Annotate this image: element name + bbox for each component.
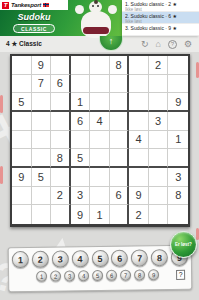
- cell-r3c1[interactable]: 5: [12, 93, 32, 112]
- cell-r9c5[interactable]: 1: [90, 205, 110, 224]
- cell-r7c8[interactable]: [149, 168, 169, 187]
- cell-r8c1[interactable]: [12, 187, 32, 206]
- cell-r6c7[interactable]: [129, 149, 149, 168]
- sudoku-board: 98276519643418595323698912: [10, 54, 190, 227]
- cell-r5c9[interactable]: 1: [168, 131, 188, 150]
- app-screen: ✕ ◻ △ ✕ ? ◯ T Tankesport Sudoku CLASSIC …: [0, 0, 199, 300]
- cell-r2c1[interactable]: [12, 75, 32, 94]
- cell-r1c7[interactable]: [129, 56, 149, 75]
- hint-button[interactable]: ?: [176, 269, 185, 279]
- cell-r4c5[interactable]: 4: [90, 112, 110, 131]
- cell-r5c7[interactable]: 4: [129, 131, 149, 150]
- cell-r6c3[interactable]: 8: [51, 149, 71, 168]
- cell-r6c1[interactable]: [12, 149, 32, 168]
- digit-button-3[interactable]: 3: [51, 250, 68, 267]
- small-number-row: 123456789?: [36, 269, 188, 282]
- cell-r6c2[interactable]: [32, 149, 52, 168]
- app-title: Sudoku: [0, 12, 68, 22]
- cell-r6c9[interactable]: [168, 149, 188, 168]
- cell-r2c6[interactable]: [110, 75, 130, 94]
- cell-r8c9[interactable]: 8: [168, 187, 188, 206]
- digit-button-6[interactable]: 6: [111, 250, 128, 267]
- cell-r3c6[interactable]: [110, 93, 130, 112]
- cell-r2c8[interactable]: [149, 75, 169, 94]
- cell-r1c6[interactable]: 8: [110, 56, 130, 75]
- number-pad: 123456789 123456789?: [8, 245, 193, 293]
- cell-r7c5[interactable]: [90, 168, 110, 187]
- pencil-digit-button-7[interactable]: 7: [120, 270, 131, 281]
- cell-r3c3[interactable]: [51, 93, 71, 112]
- pencil-digit-button-8[interactable]: 8: [134, 269, 145, 280]
- pencil-digit-button-3[interactable]: 3: [64, 270, 75, 281]
- cell-r8c5[interactable]: [90, 187, 110, 206]
- cell-r2c4[interactable]: [71, 75, 91, 94]
- cell-r8c7[interactable]: 9: [129, 187, 149, 206]
- cell-r2c9[interactable]: [168, 75, 188, 94]
- cell-r2c5[interactable]: [90, 75, 110, 94]
- cell-r3c9[interactable]: 9: [168, 93, 188, 112]
- cell-r1c2[interactable]: 9: [32, 56, 52, 75]
- cell-r7c7[interactable]: [129, 168, 149, 187]
- cell-r3c7[interactable]: [129, 93, 149, 112]
- cell-r5c4[interactable]: [71, 131, 91, 150]
- cell-r3c8[interactable]: [149, 93, 169, 112]
- pencil-digit-button-2[interactable]: 2: [50, 271, 61, 282]
- cell-r9c7[interactable]: 2: [129, 205, 149, 224]
- cell-r1c8[interactable]: 2: [149, 56, 169, 75]
- cell-r8c8[interactable]: [149, 187, 169, 206]
- cell-r3c4[interactable]: 1: [71, 93, 91, 112]
- cell-r9c2[interactable]: [32, 205, 52, 224]
- cell-r3c5[interactable]: [90, 93, 110, 112]
- cell-r2c3[interactable]: 6: [51, 75, 71, 94]
- pencil-digit-button-1[interactable]: 1: [36, 271, 47, 282]
- cell-r3c2[interactable]: [32, 93, 52, 112]
- cell-r4c4[interactable]: 6: [71, 112, 91, 131]
- cell-r9c3[interactable]: [51, 205, 71, 224]
- brand-t-icon: T: [2, 2, 9, 9]
- pencil-digit-button-6[interactable]: 6: [106, 270, 117, 281]
- big-number-row: 123456789: [12, 249, 188, 268]
- restart-icon[interactable]: ↻: [141, 40, 149, 49]
- cell-r1c3[interactable]: [51, 56, 71, 75]
- cell-r9c4[interactable]: 9: [71, 205, 91, 224]
- cell-r9c8[interactable]: [149, 205, 169, 224]
- cell-r9c1[interactable]: [12, 205, 32, 224]
- cell-r5c5[interactable]: [90, 131, 110, 150]
- cell-r6c6[interactable]: [110, 149, 130, 168]
- puzzle-list-item-3[interactable]: 3. Sudoku classic · 9 ★: [122, 24, 199, 36]
- pencil-digit-button-5[interactable]: 5: [92, 270, 103, 281]
- check-solved-button[interactable]: Er løst?: [170, 231, 197, 258]
- toolbar-icons: ↻⌂?⚙: [141, 40, 192, 49]
- cell-r4c2[interactable]: [32, 112, 52, 131]
- digit-button-7[interactable]: 7: [131, 249, 148, 266]
- check-solved-label: Er løst?: [175, 242, 192, 247]
- cell-r7c1[interactable]: 9: [12, 168, 32, 187]
- cell-r6c4[interactable]: 5: [71, 149, 91, 168]
- cell-r9c9[interactable]: [168, 205, 188, 224]
- puzzle-list-item-2[interactable]: 2. Sudoku classic · 6 ★Ikke løst: [122, 12, 199, 24]
- cell-r1c1[interactable]: [12, 56, 32, 75]
- cell-r7c2[interactable]: 5: [32, 168, 52, 187]
- brand-name: Tankesport: [11, 2, 41, 8]
- cell-r8c4[interactable]: 3: [71, 187, 91, 206]
- cell-r7c4[interactable]: [71, 168, 91, 187]
- cell-r1c9[interactable]: [168, 56, 188, 75]
- cell-r1c5[interactable]: [90, 56, 110, 75]
- digit-button-1[interactable]: 1: [12, 251, 29, 268]
- cell-r6c5[interactable]: [90, 149, 110, 168]
- cell-r4c9[interactable]: [168, 112, 188, 131]
- puzzle-list-item-1[interactable]: 1. Sudoku classic · 2 ★Ikke løst: [122, 0, 199, 12]
- cell-r4c7[interactable]: [129, 112, 149, 131]
- pencil-digit-button-4[interactable]: 4: [78, 270, 89, 281]
- cell-r5c3[interactable]: [51, 131, 71, 150]
- cell-r4c1[interactable]: [12, 112, 32, 131]
- cell-r8c6[interactable]: 6: [110, 187, 130, 206]
- cell-r5c6[interactable]: [110, 131, 130, 150]
- digit-button-2[interactable]: 2: [32, 251, 49, 268]
- norwegian-flag-icon: [43, 3, 49, 7]
- digit-button-8[interactable]: 8: [151, 249, 168, 266]
- cell-r6c8[interactable]: [149, 149, 169, 168]
- cell-r2c2[interactable]: 7: [32, 75, 52, 94]
- cell-r8c3[interactable]: 2: [51, 187, 71, 206]
- cell-r5c2[interactable]: [32, 131, 52, 150]
- sumo-mascot: [70, 0, 122, 40]
- pencil-digit-button-9[interactable]: 9: [148, 269, 159, 280]
- current-puzzle-label: 4 ★ Classic: [6, 40, 42, 48]
- brand-logo: T Tankesport: [0, 0, 68, 10]
- cell-r8c2[interactable]: [32, 187, 52, 206]
- settings-icon[interactable]: ⚙: [184, 40, 192, 49]
- cell-r7c9[interactable]: 3: [168, 168, 188, 187]
- cell-r1c4[interactable]: [71, 56, 91, 75]
- cell-r5c8[interactable]: [149, 131, 169, 150]
- cell-r5c1[interactable]: [12, 131, 32, 150]
- puzzle-list: 1. Sudoku classic · 2 ★Ikke løst2. Sudok…: [122, 0, 199, 36]
- puzzle-list-item-label: 3. Sudoku classic · 9 ★: [125, 25, 197, 31]
- home-icon[interactable]: ⌂: [155, 40, 160, 49]
- cell-r4c3[interactable]: [51, 112, 71, 131]
- digit-button-5[interactable]: 5: [91, 250, 108, 267]
- cell-r7c6[interactable]: [110, 168, 130, 187]
- app-subtitle-badge: CLASSIC: [13, 24, 55, 33]
- cell-r7c3[interactable]: [51, 168, 71, 187]
- cell-r4c6[interactable]: [110, 112, 130, 131]
- arrow-up-icon: ↑: [109, 36, 114, 47]
- cell-r4c8[interactable]: 3: [149, 112, 169, 131]
- cell-r9c6[interactable]: [110, 205, 130, 224]
- help-icon[interactable]: ?: [168, 40, 177, 49]
- digit-button-4[interactable]: 4: [71, 250, 88, 267]
- cell-r2c7[interactable]: [129, 75, 149, 94]
